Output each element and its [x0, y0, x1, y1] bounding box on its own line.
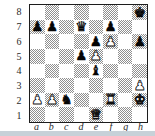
square-b3 [45, 78, 60, 93]
chess-diagram: 87654321 ♚♟♟♛♟♟♟♟♟♟♝♟♟♟♞♜♚♛ abcdefgh [0, 0, 155, 136]
square-e1: ♛ [89, 107, 104, 122]
white-pawn: ♟ [46, 93, 58, 107]
square-b8 [45, 5, 60, 20]
square-h8: ♚ [132, 5, 147, 20]
square-h3: ♟ [132, 78, 147, 93]
rank-labels: 87654321 [12, 4, 26, 123]
square-g1 [118, 107, 133, 122]
square-d6 [74, 34, 89, 49]
square-g2 [118, 93, 133, 108]
square-c6 [59, 34, 74, 49]
square-d2 [74, 93, 89, 108]
square-a7: ♟ [30, 20, 45, 35]
square-c3 [59, 78, 74, 93]
black-king: ♚ [134, 5, 146, 19]
square-g4 [118, 64, 133, 79]
rank-label-7: 7 [12, 19, 26, 34]
black-queen: ♛ [75, 20, 87, 34]
square-b2: ♟ [45, 93, 60, 108]
square-e7 [89, 20, 104, 35]
square-f8 [103, 5, 118, 20]
square-e4: ♝ [89, 64, 104, 79]
square-e6: ♟ [89, 34, 104, 49]
rank-label-5: 5 [12, 49, 26, 64]
square-g6 [118, 34, 133, 49]
square-g5 [118, 49, 133, 64]
square-g3 [118, 78, 133, 93]
black-pawn: ♟ [104, 20, 116, 34]
square-a3 [30, 78, 45, 93]
square-h5 [132, 49, 147, 64]
black-pawn: ♟ [90, 34, 102, 48]
square-h6: ♟ [132, 34, 147, 49]
black-pawn: ♟ [134, 34, 146, 48]
bottom-rule [0, 131, 155, 136]
rank-label-4: 4 [12, 64, 26, 79]
square-e2 [89, 93, 104, 108]
square-c8 [59, 5, 74, 20]
square-f7: ♟ [103, 20, 118, 35]
square-a8 [30, 5, 45, 20]
square-a4 [30, 64, 45, 79]
square-b7: ♟ [45, 20, 60, 35]
square-d8 [74, 5, 89, 20]
white-pawn: ♟ [90, 49, 102, 63]
square-d5: ♟ [74, 49, 89, 64]
square-g7 [118, 20, 133, 35]
square-h7 [132, 20, 147, 35]
rank-label-3: 3 [12, 78, 26, 93]
black-knight: ♞ [61, 93, 73, 107]
square-f1 [103, 107, 118, 122]
square-f3 [103, 78, 118, 93]
white-pawn: ♟ [134, 78, 146, 92]
square-c7 [59, 20, 74, 35]
square-f5 [103, 49, 118, 64]
square-a1 [30, 107, 45, 122]
black-pawn: ♟ [75, 49, 87, 63]
square-h2: ♚ [132, 93, 147, 108]
square-a2: ♟ [30, 93, 45, 108]
square-d1 [74, 107, 89, 122]
rank-label-1: 1 [12, 108, 26, 123]
chess-board: ♚♟♟♛♟♟♟♟♟♟♝♟♟♟♞♜♚♛ [29, 4, 148, 123]
square-h4 [132, 64, 147, 79]
square-f4 [103, 64, 118, 79]
square-b6 [45, 34, 60, 49]
square-c5 [59, 49, 74, 64]
square-b4 [45, 64, 60, 79]
square-e5: ♟ [89, 49, 104, 64]
rank-label-2: 2 [12, 93, 26, 108]
square-b1 [45, 107, 60, 122]
square-e3 [89, 78, 104, 93]
square-d4 [74, 64, 89, 79]
square-d3 [74, 78, 89, 93]
square-c4 [59, 64, 74, 79]
white-rook: ♜ [104, 93, 116, 107]
black-pawn: ♟ [46, 20, 58, 34]
rank-label-6: 6 [12, 34, 26, 49]
square-b5 [45, 49, 60, 64]
square-a6 [30, 34, 45, 49]
square-f2: ♜ [103, 93, 118, 108]
rank-label-8: 8 [12, 4, 26, 19]
square-h1 [132, 107, 147, 122]
black-pawn: ♟ [31, 20, 43, 34]
square-d7: ♛ [74, 20, 89, 35]
square-a5 [30, 49, 45, 64]
square-f6: ♟ [103, 34, 118, 49]
square-g8 [118, 5, 133, 20]
square-c1 [59, 107, 74, 122]
square-e8 [89, 5, 104, 20]
white-queen: ♛ [90, 107, 102, 121]
white-pawn: ♟ [104, 34, 116, 48]
square-c2: ♞ [59, 93, 74, 108]
white-king: ♚ [134, 93, 146, 107]
black-bishop: ♝ [90, 64, 102, 78]
white-pawn: ♟ [31, 93, 43, 107]
